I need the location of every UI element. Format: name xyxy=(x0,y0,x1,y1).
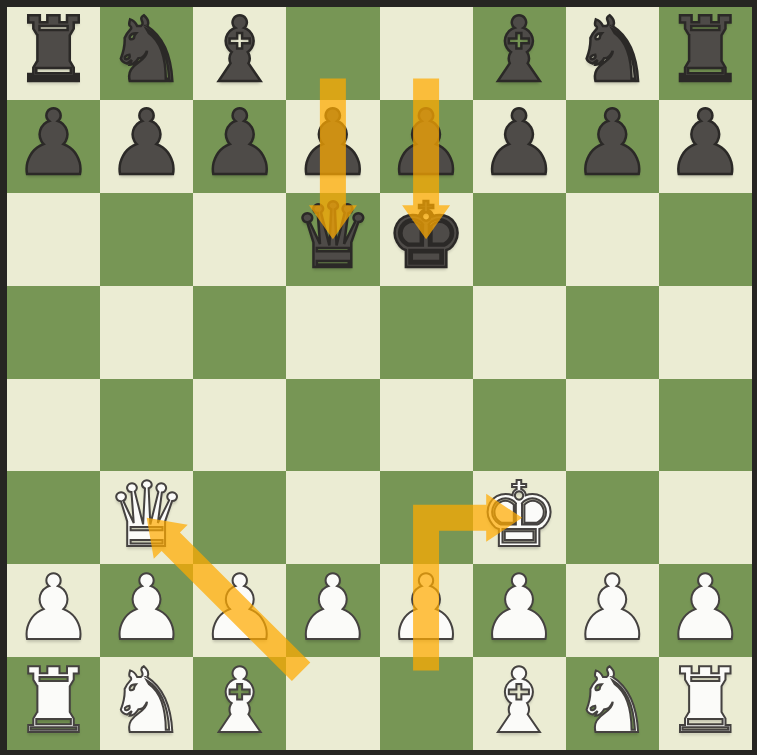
square-f7[interactable]: ♟ xyxy=(473,100,566,193)
white-knight-g1[interactable]: ♞ xyxy=(572,656,653,746)
black-king-e6[interactable]: ♚ xyxy=(386,191,467,281)
square-c8[interactable]: ♝ xyxy=(193,7,286,100)
square-g7[interactable]: ♟ xyxy=(566,100,659,193)
square-e2[interactable]: ♟ xyxy=(380,564,473,657)
square-g4[interactable] xyxy=(566,379,659,472)
square-g1[interactable]: ♞ xyxy=(566,657,659,750)
white-pawn-h2[interactable]: ♟ xyxy=(665,563,746,653)
white-pawn-g2[interactable]: ♟ xyxy=(572,563,653,653)
square-b7[interactable]: ♟ xyxy=(100,100,193,193)
square-a4[interactable] xyxy=(7,379,100,472)
square-g6[interactable] xyxy=(566,193,659,286)
black-pawn-h7[interactable]: ♟ xyxy=(665,98,746,188)
square-e6[interactable]: ♚ xyxy=(380,193,473,286)
square-e7[interactable]: ♟ xyxy=(380,100,473,193)
black-pawn-d7[interactable]: ♟ xyxy=(293,98,374,188)
square-a2[interactable]: ♟ xyxy=(7,564,100,657)
black-pawn-a7[interactable]: ♟ xyxy=(13,98,94,188)
square-g8[interactable]: ♞ xyxy=(566,7,659,100)
square-c2[interactable]: ♟ xyxy=(193,564,286,657)
square-d5[interactable] xyxy=(286,286,379,379)
square-e8[interactable] xyxy=(380,7,473,100)
chess-board: ♜♞♝♝♞♜♟♟♟♟♟♟♟♟♛♚♛♚♟♟♟♟♟♟♟♟♜♞♝♝♞♜ xyxy=(7,7,752,750)
white-rook-h1[interactable]: ♜ xyxy=(665,656,746,746)
square-d4[interactable] xyxy=(286,379,379,472)
square-a5[interactable] xyxy=(7,286,100,379)
square-f1[interactable]: ♝ xyxy=(473,657,566,750)
square-f5[interactable] xyxy=(473,286,566,379)
square-f3[interactable]: ♚ xyxy=(473,471,566,564)
black-pawn-g7[interactable]: ♟ xyxy=(572,98,653,188)
square-a1[interactable]: ♜ xyxy=(7,657,100,750)
square-a6[interactable] xyxy=(7,193,100,286)
square-c5[interactable] xyxy=(193,286,286,379)
square-b2[interactable]: ♟ xyxy=(100,564,193,657)
square-f6[interactable] xyxy=(473,193,566,286)
white-pawn-f2[interactable]: ♟ xyxy=(479,563,560,653)
black-bishop-f8[interactable]: ♝ xyxy=(479,5,560,95)
square-c1[interactable]: ♝ xyxy=(193,657,286,750)
square-c3[interactable] xyxy=(193,471,286,564)
square-b6[interactable] xyxy=(100,193,193,286)
square-a8[interactable]: ♜ xyxy=(7,7,100,100)
white-pawn-c2[interactable]: ♟ xyxy=(199,563,280,653)
square-b1[interactable]: ♞ xyxy=(100,657,193,750)
square-e1[interactable] xyxy=(380,657,473,750)
square-h6[interactable] xyxy=(659,193,752,286)
square-h2[interactable]: ♟ xyxy=(659,564,752,657)
square-a7[interactable]: ♟ xyxy=(7,100,100,193)
square-h3[interactable] xyxy=(659,471,752,564)
white-pawn-d2[interactable]: ♟ xyxy=(293,563,374,653)
square-c6[interactable] xyxy=(193,193,286,286)
square-a3[interactable] xyxy=(7,471,100,564)
square-e5[interactable] xyxy=(380,286,473,379)
square-c7[interactable]: ♟ xyxy=(193,100,286,193)
square-e3[interactable] xyxy=(380,471,473,564)
white-pawn-a2[interactable]: ♟ xyxy=(13,563,94,653)
black-rook-h8[interactable]: ♜ xyxy=(665,5,746,95)
square-d7[interactable]: ♟ xyxy=(286,100,379,193)
square-f2[interactable]: ♟ xyxy=(473,564,566,657)
square-h4[interactable] xyxy=(659,379,752,472)
black-bishop-c8[interactable]: ♝ xyxy=(199,5,280,95)
square-b5[interactable] xyxy=(100,286,193,379)
square-h5[interactable] xyxy=(659,286,752,379)
square-d1[interactable] xyxy=(286,657,379,750)
black-knight-b8[interactable]: ♞ xyxy=(106,5,187,95)
white-queen-b3[interactable]: ♛ xyxy=(106,470,187,560)
black-queen-d6[interactable]: ♛ xyxy=(293,191,374,281)
black-rook-a8[interactable]: ♜ xyxy=(13,5,94,95)
square-b8[interactable]: ♞ xyxy=(100,7,193,100)
white-rook-a1[interactable]: ♜ xyxy=(13,656,94,746)
square-f8[interactable]: ♝ xyxy=(473,7,566,100)
square-h1[interactable]: ♜ xyxy=(659,657,752,750)
white-pawn-b2[interactable]: ♟ xyxy=(106,563,187,653)
black-pawn-e7[interactable]: ♟ xyxy=(386,98,467,188)
black-pawn-b7[interactable]: ♟ xyxy=(106,98,187,188)
square-c4[interactable] xyxy=(193,379,286,472)
white-king-f3[interactable]: ♚ xyxy=(479,470,560,560)
square-g3[interactable] xyxy=(566,471,659,564)
white-knight-b1[interactable]: ♞ xyxy=(106,656,187,746)
square-b3[interactable]: ♛ xyxy=(100,471,193,564)
chess-board-window: ♜♞♝♝♞♜♟♟♟♟♟♟♟♟♛♚♛♚♟♟♟♟♟♟♟♟♜♞♝♝♞♜ xyxy=(0,0,757,755)
black-knight-g8[interactable]: ♞ xyxy=(572,5,653,95)
square-d2[interactable]: ♟ xyxy=(286,564,379,657)
square-h8[interactable]: ♜ xyxy=(659,7,752,100)
square-e4[interactable] xyxy=(380,379,473,472)
white-bishop-f1[interactable]: ♝ xyxy=(479,656,560,746)
square-d8[interactable] xyxy=(286,7,379,100)
black-pawn-f7[interactable]: ♟ xyxy=(479,98,560,188)
square-h7[interactable]: ♟ xyxy=(659,100,752,193)
white-pawn-e2[interactable]: ♟ xyxy=(386,563,467,653)
square-f4[interactable] xyxy=(473,379,566,472)
square-g5[interactable] xyxy=(566,286,659,379)
square-b4[interactable] xyxy=(100,379,193,472)
square-d3[interactable] xyxy=(286,471,379,564)
square-d6[interactable]: ♛ xyxy=(286,193,379,286)
white-bishop-c1[interactable]: ♝ xyxy=(199,656,280,746)
black-pawn-c7[interactable]: ♟ xyxy=(199,98,280,188)
square-g2[interactable]: ♟ xyxy=(566,564,659,657)
